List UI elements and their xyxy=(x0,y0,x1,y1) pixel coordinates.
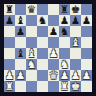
square-a4[interactable] xyxy=(4,48,15,59)
square-d7[interactable]: ♞ xyxy=(37,15,48,26)
piece-black-pawn[interactable]: ♟ xyxy=(16,26,25,37)
piece-black-pawn[interactable]: ♟ xyxy=(82,15,91,26)
piece-white-king[interactable]: ♚ xyxy=(71,81,80,92)
square-b2[interactable]: ♟ xyxy=(15,70,26,81)
square-d3[interactable] xyxy=(37,59,48,70)
square-e8[interactable] xyxy=(48,4,59,15)
piece-white-pawn[interactable]: ♟ xyxy=(49,48,58,59)
square-c3[interactable]: ♞ xyxy=(26,59,37,70)
square-d4[interactable] xyxy=(37,48,48,59)
square-h2[interactable]: ♟ xyxy=(81,70,92,81)
square-d6[interactable] xyxy=(37,26,48,37)
square-a6[interactable] xyxy=(4,26,15,37)
square-c2[interactable] xyxy=(26,70,37,81)
piece-black-pawn[interactable]: ♟ xyxy=(49,26,58,37)
square-e2[interactable]: ♛ xyxy=(48,70,59,81)
square-f6[interactable]: ♞ xyxy=(59,26,70,37)
square-c1[interactable] xyxy=(26,81,37,92)
square-h4[interactable] xyxy=(81,48,92,59)
square-b6[interactable]: ♟ xyxy=(15,26,26,37)
square-g7[interactable]: ♟ xyxy=(70,15,81,26)
piece-white-pawn[interactable]: ♟ xyxy=(16,70,25,81)
square-e4[interactable]: ♟ xyxy=(48,48,59,59)
square-d1[interactable] xyxy=(37,81,48,92)
square-b1[interactable] xyxy=(15,81,26,92)
piece-black-queen[interactable]: ♛ xyxy=(27,4,36,15)
piece-white-rook[interactable]: ♜ xyxy=(60,81,69,92)
chess-board: ♜♛♜♚♟♝♞♟♟♟♟♟♞♝♝♝♟♞♞♟♟♛♟♟♟♜♜♚ xyxy=(4,4,92,92)
piece-black-bishop[interactable]: ♝ xyxy=(16,48,25,59)
square-b4[interactable]: ♝ xyxy=(15,48,26,59)
piece-black-pawn[interactable]: ♟ xyxy=(71,15,80,26)
piece-black-knight[interactable]: ♞ xyxy=(60,26,69,37)
square-a5[interactable] xyxy=(4,37,15,48)
square-e6[interactable]: ♟ xyxy=(48,26,59,37)
piece-white-rook[interactable]: ♜ xyxy=(5,81,14,92)
square-a7[interactable]: ♟ xyxy=(4,15,15,26)
piece-white-knight[interactable]: ♞ xyxy=(27,59,36,70)
piece-white-queen[interactable]: ♛ xyxy=(49,70,58,81)
square-g4[interactable] xyxy=(70,48,81,59)
square-c8[interactable]: ♛ xyxy=(26,4,37,15)
piece-black-pawn[interactable]: ♟ xyxy=(5,15,14,26)
square-h7[interactable]: ♟ xyxy=(81,15,92,26)
square-h5[interactable] xyxy=(81,37,92,48)
square-d2[interactable] xyxy=(37,70,48,81)
piece-white-bishop[interactable]: ♝ xyxy=(71,37,80,48)
square-c7[interactable] xyxy=(26,15,37,26)
board-frame: ♜♛♜♚♟♝♞♟♟♟♟♟♞♝♝♝♟♞♞♟♟♛♟♟♟♜♜♚ xyxy=(0,0,96,96)
piece-black-knight[interactable]: ♞ xyxy=(38,15,47,26)
square-a1[interactable]: ♜ xyxy=(4,81,15,92)
square-g1[interactable]: ♚ xyxy=(70,81,81,92)
square-f5[interactable] xyxy=(59,37,70,48)
square-g5[interactable]: ♝ xyxy=(70,37,81,48)
square-c6[interactable] xyxy=(26,26,37,37)
square-e1[interactable] xyxy=(48,81,59,92)
square-d5[interactable] xyxy=(37,37,48,48)
square-h1[interactable] xyxy=(81,81,92,92)
square-f1[interactable]: ♜ xyxy=(59,81,70,92)
piece-white-pawn[interactable]: ♟ xyxy=(82,70,91,81)
square-h6[interactable] xyxy=(81,26,92,37)
